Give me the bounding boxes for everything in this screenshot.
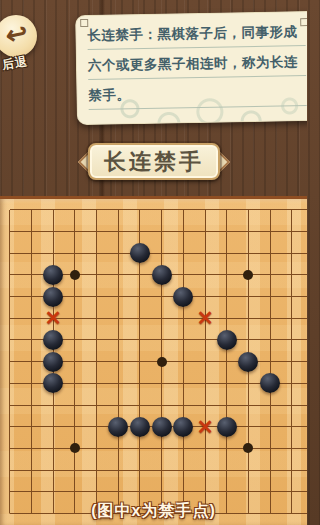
board-intersection: [173, 286, 195, 308]
board-intersection: [259, 307, 281, 329]
board-intersection: [42, 264, 64, 286]
board-intersection: [42, 373, 64, 395]
board-caption: (图中x为禁手点): [0, 501, 307, 522]
board-intersection: [216, 199, 238, 221]
board-intersection: [238, 264, 260, 286]
star-point: [157, 357, 167, 367]
board-intersection: [259, 394, 281, 416]
board-intersection: [21, 199, 43, 221]
board-intersection: [173, 199, 195, 221]
board-intersection: [107, 286, 129, 308]
board-intersection: [86, 394, 108, 416]
board-intersection: [151, 373, 173, 395]
board-intersection: [0, 351, 21, 373]
board-intersection: [151, 459, 173, 481]
board-intersection: [216, 351, 238, 373]
board-intersection: [107, 459, 129, 481]
board-intersection: [259, 221, 281, 243]
back-button-label: 后退: [1, 53, 29, 74]
black-stone: [43, 373, 63, 393]
board-intersection: [194, 351, 216, 373]
board-intersection: [281, 221, 303, 243]
board-intersection: [42, 221, 64, 243]
rule-text-line-1: 长连禁手：黑棋落子后，同事形成: [87, 16, 305, 50]
board-intersection: [0, 264, 21, 286]
board-intersection: [107, 416, 129, 438]
board-intersection: [86, 459, 108, 481]
board-intersection: [303, 373, 307, 395]
board-intersection: [21, 329, 43, 351]
board-intersection: [303, 481, 307, 503]
board-intersection: [129, 394, 151, 416]
board-intersection: [107, 242, 129, 264]
board-intersection: [86, 242, 108, 264]
board-intersection: [129, 351, 151, 373]
board-intersection: [238, 307, 260, 329]
board-intersection: [64, 221, 86, 243]
board-intersection: [0, 307, 21, 329]
board-intersection: [216, 307, 238, 329]
board-intersection: [42, 351, 64, 373]
forbidden-point-marker: ✕: [45, 308, 62, 328]
board-intersection: [64, 307, 86, 329]
board-intersection: [86, 373, 108, 395]
board-intersection: [303, 264, 307, 286]
board-intersection: [0, 199, 21, 221]
board-intersection: [64, 416, 86, 438]
board-intersection: [64, 351, 86, 373]
board-intersection: [42, 199, 64, 221]
board-intersection: [281, 416, 303, 438]
board-intersection: [238, 416, 260, 438]
black-stone: [43, 352, 63, 372]
board-intersection: [21, 416, 43, 438]
black-stone: [152, 265, 172, 285]
board-intersection: [64, 242, 86, 264]
board-intersection: [194, 199, 216, 221]
board-intersection: [303, 242, 307, 264]
board-intersection: [0, 242, 21, 264]
board-intersection: [107, 199, 129, 221]
board-intersection: [129, 286, 151, 308]
board-intersection: [151, 221, 173, 243]
board-intersection: ✕: [194, 416, 216, 438]
title-banner-label: 长连禁手: [104, 147, 204, 177]
title-banner: 长连禁手: [88, 143, 220, 180]
board-intersection: [173, 242, 195, 264]
board-intersection: [42, 329, 64, 351]
board-intersection: [194, 459, 216, 481]
board-intersection: [303, 329, 307, 351]
board-intersection: [129, 438, 151, 460]
board-intersection: [21, 221, 43, 243]
board-intersection: [216, 242, 238, 264]
black-stone: [173, 287, 193, 307]
board-intersection: [42, 242, 64, 264]
board-intersection: [107, 373, 129, 395]
board-intersection: [21, 481, 43, 503]
board-intersection: [238, 373, 260, 395]
board-intersection: [129, 416, 151, 438]
board-intersection: [151, 416, 173, 438]
board-intersection: [281, 242, 303, 264]
board-intersection: [281, 373, 303, 395]
board-intersection: [216, 438, 238, 460]
board-intersection: [194, 373, 216, 395]
board-intersection: [21, 351, 43, 373]
board-intersection: [238, 286, 260, 308]
board-intersection: [151, 481, 173, 503]
board-intersection: [129, 221, 151, 243]
board-intersection: [259, 416, 281, 438]
board-intersection: [194, 394, 216, 416]
board-intersection: [216, 416, 238, 438]
board-intersection: [281, 481, 303, 503]
board-intersection: [194, 242, 216, 264]
board-intersection: [238, 481, 260, 503]
board-intersection: [303, 221, 307, 243]
black-stone: [217, 330, 237, 350]
board-intersection: [86, 264, 108, 286]
board-intersection: [64, 438, 86, 460]
board-intersection: [281, 286, 303, 308]
board-intersection: [129, 373, 151, 395]
board-intersection: [151, 286, 173, 308]
board-intersection: [129, 264, 151, 286]
forbidden-point-marker: ✕: [197, 308, 214, 328]
board-intersection: [0, 481, 21, 503]
board-intersection: [42, 459, 64, 481]
board-intersection: [64, 199, 86, 221]
board-intersection: [238, 438, 260, 460]
black-stone: [260, 373, 280, 393]
board-intersection: [64, 264, 86, 286]
rule-text-line-2: 六个或更多黑子相连时，称为长连: [88, 46, 306, 80]
board-intersection: [303, 199, 307, 221]
board-intersection: [0, 394, 21, 416]
board-intersection: [303, 307, 307, 329]
board-intersection: [259, 481, 281, 503]
board-intersection: [194, 286, 216, 308]
board-intersection: [303, 438, 307, 460]
board-intersection: [173, 416, 195, 438]
board-intersection: [259, 438, 281, 460]
board-intersection: [0, 438, 21, 460]
board-intersection: [86, 481, 108, 503]
board-intersection: [151, 242, 173, 264]
board-intersection: [21, 373, 43, 395]
board-intersection: [129, 481, 151, 503]
board-intersection: [216, 221, 238, 243]
board-intersection: [173, 481, 195, 503]
board-intersection: [303, 286, 307, 308]
board-intersection: [107, 221, 129, 243]
board-intersection: [64, 329, 86, 351]
board-intersection: [151, 199, 173, 221]
board-intersection: [259, 329, 281, 351]
board-intersection: [281, 394, 303, 416]
board-intersection: [42, 286, 64, 308]
board-intersection: [21, 307, 43, 329]
board-intersection: [42, 438, 64, 460]
board-intersection: [194, 329, 216, 351]
board-intersection: [64, 373, 86, 395]
back-button[interactable]: ↩: [0, 15, 37, 57]
board-intersection: [21, 242, 43, 264]
board-intersection: [151, 264, 173, 286]
board-intersection: [42, 481, 64, 503]
board-intersection: [259, 264, 281, 286]
board-intersection: [151, 351, 173, 373]
board-intersection: [216, 329, 238, 351]
star-point: [243, 270, 253, 280]
board-intersection: [107, 329, 129, 351]
board-intersection: [259, 286, 281, 308]
board-intersection: [303, 459, 307, 481]
board-intersection: [173, 264, 195, 286]
board-intersection: [86, 221, 108, 243]
board-intersection: [238, 199, 260, 221]
board-intersection: [281, 459, 303, 481]
board-intersection: [0, 286, 21, 308]
board-intersection: [151, 329, 173, 351]
board-intersection: [151, 307, 173, 329]
board-intersection: [21, 286, 43, 308]
forbidden-point-marker: ✕: [197, 416, 214, 436]
board-intersection: [129, 307, 151, 329]
board-intersection: [107, 438, 129, 460]
black-stone: [152, 417, 172, 437]
black-stone: [217, 417, 237, 437]
board-intersection: [64, 286, 86, 308]
board-intersection: [281, 438, 303, 460]
board-intersection: [281, 329, 303, 351]
black-stone: [43, 287, 63, 307]
board-intersection: [107, 307, 129, 329]
gomoku-board: ✕✕✕: [0, 196, 307, 525]
board-intersection: [64, 481, 86, 503]
board-intersection: [259, 459, 281, 481]
board-intersection: ✕: [42, 307, 64, 329]
board-intersection: [216, 373, 238, 395]
board-intersection: [86, 351, 108, 373]
board-intersection: [21, 394, 43, 416]
board-intersection: [151, 394, 173, 416]
board-intersection: [86, 329, 108, 351]
black-stone: [130, 243, 150, 263]
board-intersection: [194, 264, 216, 286]
board-intersection: [129, 199, 151, 221]
board-intersection: [281, 307, 303, 329]
board-intersection: [21, 438, 43, 460]
board-intersection: [86, 199, 108, 221]
board-intersection: [259, 351, 281, 373]
board-intersection: ✕: [194, 307, 216, 329]
board-intersection: [173, 351, 195, 373]
board-intersection: [216, 481, 238, 503]
star-point: [243, 443, 253, 453]
board-intersection: [281, 351, 303, 373]
board-intersection: [194, 481, 216, 503]
board-intersection: [42, 416, 64, 438]
board-grid: ✕✕✕: [0, 199, 307, 524]
board-intersection: [216, 264, 238, 286]
board-intersection: [281, 199, 303, 221]
rule-text-line-3: 禁手。: [88, 76, 306, 110]
star-point: [70, 270, 80, 280]
board-intersection: [0, 329, 21, 351]
board-intersection: [238, 351, 260, 373]
board-intersection: [173, 438, 195, 460]
board-intersection: [86, 416, 108, 438]
board-intersection: [42, 394, 64, 416]
black-stone: [130, 417, 150, 437]
board-intersection: [129, 459, 151, 481]
board-intersection: [303, 416, 307, 438]
board-intersection: [173, 329, 195, 351]
board-intersection: [0, 416, 21, 438]
star-point: [70, 443, 80, 453]
board-intersection: [173, 221, 195, 243]
board-intersection: [281, 264, 303, 286]
board-intersection: [0, 373, 21, 395]
board-intersection: [0, 459, 21, 481]
board-intersection: [129, 242, 151, 264]
board-intersection: [151, 438, 173, 460]
board-intersection: [64, 394, 86, 416]
board-intersection: [86, 438, 108, 460]
board-intersection: [21, 264, 43, 286]
board-intersection: [173, 373, 195, 395]
board-intersection: [238, 242, 260, 264]
rule-panel: 长连禁手：黑棋落子后，同事形成 六个或更多黑子相连时，称为长连 禁手。: [75, 11, 307, 125]
board-intersection: [173, 394, 195, 416]
board-intersection: [86, 286, 108, 308]
board-intersection: [259, 242, 281, 264]
board-intersection: [107, 351, 129, 373]
board-intersection: [259, 199, 281, 221]
board-intersection: [259, 373, 281, 395]
board-intersection: [0, 221, 21, 243]
board-intersection: [216, 286, 238, 308]
board-intersection: [216, 459, 238, 481]
board-intersection: [107, 481, 129, 503]
board-intersection: [107, 264, 129, 286]
board-intersection: [238, 394, 260, 416]
black-stone: [43, 330, 63, 350]
board-intersection: [238, 459, 260, 481]
black-stone: [43, 265, 63, 285]
board-intersection: [216, 394, 238, 416]
board-intersection: [194, 438, 216, 460]
board-intersection: [303, 394, 307, 416]
black-stone: [108, 417, 128, 437]
black-stone: [238, 352, 258, 372]
board-intersection: [194, 221, 216, 243]
black-stone: [173, 417, 193, 437]
board-intersection: [129, 329, 151, 351]
board-intersection: [64, 459, 86, 481]
board-intersection: [238, 329, 260, 351]
board-intersection: [173, 307, 195, 329]
back-arrow-icon: ↩: [3, 19, 30, 49]
board-intersection: [303, 351, 307, 373]
board-intersection: [238, 221, 260, 243]
board-intersection: [86, 307, 108, 329]
board-intersection: [107, 394, 129, 416]
board-intersection: [173, 459, 195, 481]
board-intersection: [21, 459, 43, 481]
